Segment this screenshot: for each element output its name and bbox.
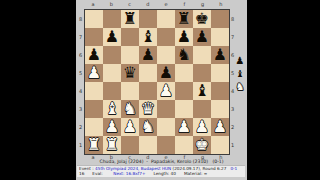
square-e8[interactable] [157, 10, 175, 28]
black-rook-piece-f8: ♜ [177, 10, 191, 28]
square-e4[interactable]: ♟ [157, 82, 175, 100]
event-segment-3[interactable]: 0-1 [230, 166, 237, 171]
file-labels-top: abcdefgh [84, 2, 230, 7]
status-token-0: 16 [79, 171, 92, 176]
square-g8[interactable]: ♚ [193, 10, 211, 28]
black-queen-piece-c5: ♛ [123, 64, 137, 82]
square-b8[interactable] [103, 10, 121, 28]
white-bishop-piece-b3: ♝ [105, 100, 119, 118]
black-pawn-piece-d6: ♟ [141, 46, 155, 64]
square-f2[interactable]: ♟ [175, 118, 193, 136]
players-line: Chuda, Jolaj (2204) - Papadakis, Kerolo … [76, 159, 247, 164]
black-pawn-piece-e5: ♟ [159, 64, 173, 82]
square-e1[interactable] [157, 136, 175, 154]
square-c7[interactable] [121, 28, 139, 46]
material-tray: ♟♝♞ [234, 54, 246, 93]
square-d8[interactable] [139, 10, 157, 28]
board: ♜♜♚♟♝♟♟♟♟♞♟♟♛♟♟♝♝♞♛♟♟♞♟♟♟♜♜♚ [84, 9, 230, 155]
black-pawn-piece-a6: ♟ [87, 46, 101, 64]
white-rook-piece-a1: ♜ [87, 136, 101, 154]
file-label-top-c: c [121, 2, 139, 7]
square-g7[interactable]: ♟ [193, 28, 211, 46]
white-queen-piece-d3: ♛ [141, 100, 155, 118]
square-f6[interactable]: ♞ [175, 46, 193, 64]
square-b4[interactable] [103, 82, 121, 100]
square-e5[interactable]: ♟ [157, 64, 175, 82]
file-label-top-e: e [157, 2, 175, 7]
square-d5[interactable] [139, 64, 157, 82]
captured-black-pawn-icon: ♟ [236, 54, 245, 67]
black-pawn-piece-h6: ♟ [213, 46, 227, 64]
square-e3[interactable] [157, 100, 175, 118]
file-label-top-g: g [194, 2, 212, 7]
black-bishop-piece-d7: ♝ [141, 28, 155, 46]
black-bishop-piece-g4: ♝ [195, 82, 209, 100]
white-knight-piece-d2: ♞ [141, 118, 155, 136]
rank-label-right-8: 8 [230, 10, 235, 28]
white-pawn-piece-h2: ♟ [213, 118, 227, 136]
square-a2[interactable] [85, 118, 103, 136]
white-knight-piece-c3: ♞ [123, 100, 137, 118]
square-a4[interactable] [85, 82, 103, 100]
rank-label-right-3: 3 [230, 100, 235, 118]
square-c8[interactable]: ♜ [121, 10, 139, 28]
file-label-top-f: f [175, 2, 193, 7]
status-line: 16 Eval: Next: 16.Bxf7+ Length: 40 Mater… [77, 171, 245, 176]
status-token-2[interactable]: Next: 16.Bxf7+ [113, 171, 145, 176]
captured-white-knight-icon: ♞ [236, 80, 245, 93]
square-h8[interactable] [211, 10, 229, 28]
captured-black-bishop-icon: ♝ [236, 67, 245, 80]
square-h7[interactable] [211, 28, 229, 46]
square-h1[interactable] [211, 136, 229, 154]
square-h6[interactable]: ♟ [211, 46, 229, 64]
square-g4[interactable]: ♝ [193, 82, 211, 100]
white-pawn-piece-b2: ♟ [105, 118, 119, 136]
square-g1[interactable]: ♚ [193, 136, 211, 154]
square-f1[interactable] [175, 136, 193, 154]
rank-label-left-1: 1 [78, 136, 83, 154]
square-f7[interactable]: ♟ [175, 28, 193, 46]
black-rook-piece-c8: ♜ [123, 10, 137, 28]
square-g5[interactable] [193, 64, 211, 82]
square-a1[interactable]: ♜ [85, 136, 103, 154]
black-knight-piece-f6: ♞ [177, 46, 191, 64]
rank-label-left-8: 8 [78, 10, 83, 28]
square-b3[interactable]: ♝ [103, 100, 121, 118]
file-label-top-b: b [102, 2, 120, 7]
square-c5[interactable]: ♛ [121, 64, 139, 82]
square-g2[interactable]: ♟ [193, 118, 211, 136]
square-e6[interactable] [157, 46, 175, 64]
white-pawn-piece-f2: ♟ [177, 118, 191, 136]
white-pawn-piece-e4: ♟ [159, 82, 173, 100]
square-g6[interactable] [193, 46, 211, 64]
rank-label-left-2: 2 [78, 118, 83, 136]
square-d6[interactable]: ♟ [139, 46, 157, 64]
square-c4[interactable] [121, 82, 139, 100]
square-c2[interactable]: ♟ [121, 118, 139, 136]
status-token-1: Eval: [92, 171, 113, 176]
file-label-top-d: d [139, 2, 157, 7]
rank-label-right-2: 2 [230, 118, 235, 136]
rank-label-left-3: 3 [78, 100, 83, 118]
square-d4[interactable] [139, 82, 157, 100]
square-a8[interactable] [85, 10, 103, 28]
square-h4[interactable] [211, 82, 229, 100]
square-e7[interactable] [157, 28, 175, 46]
square-b5[interactable] [103, 64, 121, 82]
white-king-piece-g1: ♚ [195, 136, 209, 154]
square-g3[interactable] [193, 100, 211, 118]
rank-label-right-1: 1 [230, 136, 235, 154]
square-c6[interactable] [121, 46, 139, 64]
square-f4[interactable] [175, 82, 193, 100]
white-pawn-piece-a5: ♟ [87, 64, 101, 82]
white-rook-piece-b1: ♜ [105, 136, 119, 154]
square-d1[interactable] [139, 136, 157, 154]
square-a3[interactable] [85, 100, 103, 118]
square-a5[interactable]: ♟ [85, 64, 103, 82]
square-e2[interactable] [157, 118, 175, 136]
square-b1[interactable]: ♜ [103, 136, 121, 154]
rank-label-left-5: 5 [78, 64, 83, 82]
square-b6[interactable] [103, 46, 121, 64]
black-king-piece-g8: ♚ [195, 10, 209, 28]
square-f3[interactable] [175, 100, 193, 118]
rank-label-left-7: 7 [78, 28, 83, 46]
file-label-top-h: h [212, 2, 230, 7]
square-a7[interactable] [85, 28, 103, 46]
square-h3[interactable] [211, 100, 229, 118]
status-token-4: Material: = [176, 171, 207, 176]
rank-label-right-7: 7 [230, 28, 235, 46]
square-d2[interactable]: ♞ [139, 118, 157, 136]
square-h5[interactable] [211, 64, 229, 82]
square-b2[interactable]: ♟ [103, 118, 121, 136]
rank-label-left-6: 6 [78, 46, 83, 64]
square-f8[interactable]: ♜ [175, 10, 193, 28]
black-pawn-piece-f7: ♟ [177, 28, 191, 46]
white-pawn-piece-g2: ♟ [195, 118, 209, 136]
black-pawn-piece-b7: ♟ [105, 28, 119, 46]
white-pawn-piece-c2: ♟ [123, 118, 137, 136]
square-a6[interactable]: ♟ [85, 46, 103, 64]
square-c1[interactable] [121, 136, 139, 154]
black-pawn-piece-g7: ♟ [195, 28, 209, 46]
square-b7[interactable]: ♟ [103, 28, 121, 46]
game-info-box: Event : 45th Olympiad 2024, Budapest HUN… [77, 165, 245, 177]
rank-labels-left: 87654321 [78, 10, 83, 154]
app-panel: abcdefgh 87654321 ♜♜♚♟♝♟♟♟♟♞♟♟♛♟♟♝♝♞♛♟♟♞… [76, 0, 247, 180]
square-d3[interactable]: ♛ [139, 100, 157, 118]
square-h2[interactable]: ♟ [211, 118, 229, 136]
status-token-3: Length: 40 [145, 171, 176, 176]
file-label-top-a: a [84, 2, 102, 7]
square-c3[interactable]: ♞ [121, 100, 139, 118]
rank-label-left-4: 4 [78, 82, 83, 100]
square-f5[interactable] [175, 64, 193, 82]
square-d7[interactable]: ♝ [139, 28, 157, 46]
